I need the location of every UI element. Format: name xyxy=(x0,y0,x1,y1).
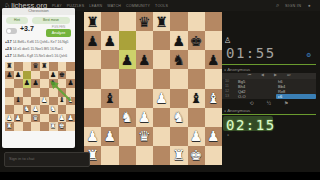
move-cell[interactable]: O-O xyxy=(236,94,276,99)
square-d1[interactable] xyxy=(136,146,153,165)
square-h5[interactable] xyxy=(205,69,222,88)
square-f4[interactable] xyxy=(170,89,187,108)
piece-white-pawn: ♟ xyxy=(86,129,99,143)
piece-black-pawn: ♟ xyxy=(6,72,12,79)
square-f5[interactable] xyxy=(170,69,187,88)
screenshot-stage: ♘ lichess.org PLAYPUZZLESLEARNWATCHCOMMU… xyxy=(0,0,320,180)
square-g6[interactable] xyxy=(188,50,205,69)
main-chess-board[interactable]: ♜♛♜♟♟♟♚♟♟♞♟♝♟♝♝♞♟♞♟♟♛♟♟♜♜♚ xyxy=(84,12,222,165)
square-g4: ♝ xyxy=(58,97,67,106)
piece-black-knight: ♞ xyxy=(50,80,56,87)
piece-white-knight: ♞ xyxy=(50,106,56,113)
square-a4 xyxy=(5,97,14,106)
square-c7[interactable] xyxy=(119,31,136,50)
bottom-player-clock-active: 02:15 xyxy=(223,116,273,131)
chat-input[interactable]: Sign in to chat xyxy=(4,152,90,167)
piece-white-queen: ♛ xyxy=(138,129,151,143)
square-a8: ♜ xyxy=(5,62,14,71)
square-h8[interactable] xyxy=(205,12,222,31)
square-a6 xyxy=(5,79,14,88)
square-a2[interactable]: ♟ xyxy=(84,127,101,146)
square-e1[interactable] xyxy=(153,146,170,165)
square-d3[interactable]: ♟ xyxy=(136,108,153,127)
square-c1 xyxy=(23,122,32,131)
move-number: 13 xyxy=(222,94,236,99)
main-nav: PLAYPUZZLESLEARNWATCHCOMMUNITYTOOLS xyxy=(52,4,168,8)
piece-white-king: ♚ xyxy=(190,148,203,162)
nav-item-community[interactable]: COMMUNITY xyxy=(126,4,150,8)
piece-black-rook: ♜ xyxy=(41,63,47,70)
piece-white-pawn: ♟ xyxy=(6,115,12,122)
square-c5 xyxy=(23,88,32,97)
piece-black-queen: ♛ xyxy=(33,63,39,70)
piece-white-rook: ♜ xyxy=(6,123,12,130)
square-e3[interactable] xyxy=(153,108,170,127)
square-e1 xyxy=(40,122,49,131)
square-f7[interactable]: ♟ xyxy=(170,31,187,50)
piece-white-bishop: ♝ xyxy=(68,97,74,104)
square-c3: ♞ xyxy=(23,105,32,114)
engine-line-1[interactable]: +3.714.Bxf6+ Kxf6 15.Qxh6+ Ke7 16.Ng5 xyxy=(5,39,73,46)
square-d1 xyxy=(31,122,40,131)
engine-line-3[interactable]: +3.714.Bxf6+ Kg8 15.Ne5 dxe5 16.Qxh6 xyxy=(5,53,73,60)
square-h1[interactable] xyxy=(205,146,222,165)
piece-white-rook: ♜ xyxy=(50,123,56,130)
piece-black-pawn: ♟ xyxy=(68,80,74,87)
line-eval: +3.7 xyxy=(5,40,12,44)
piece-black-knight: ♞ xyxy=(173,53,186,67)
square-f2[interactable] xyxy=(170,127,187,146)
square-c8[interactable] xyxy=(119,12,136,31)
sign-in-link[interactable]: SIGN IN xyxy=(285,4,301,8)
square-f3: ♞ xyxy=(49,105,58,114)
square-g1: ♚ xyxy=(58,122,67,131)
piece-black-pawn: ♟ xyxy=(104,34,117,48)
square-h3 xyxy=(66,105,75,114)
square-h2[interactable]: ♟ xyxy=(205,127,222,146)
square-f4 xyxy=(49,97,58,106)
square-e2 xyxy=(40,114,49,123)
square-f7: ♟ xyxy=(49,71,58,80)
analysis-extension-popup: Chessvision Hint Best move +3.7 PGN FEN … xyxy=(2,8,75,148)
piece-black-pawn: ♟ xyxy=(24,80,30,87)
square-c7 xyxy=(23,71,32,80)
square-g4[interactable]: ♝ xyxy=(188,89,205,108)
piece-white-pawn: ♟ xyxy=(59,115,65,122)
user-dot-icon: ● xyxy=(224,68,226,72)
piece-black-pawn: ♟ xyxy=(15,72,21,79)
piece-black-bishop: ♝ xyxy=(190,91,203,105)
square-b4[interactable]: ♝ xyxy=(101,89,118,108)
piece-white-pawn: ♟ xyxy=(104,129,117,143)
square-d6: ♟ xyxy=(31,79,40,88)
square-c1[interactable] xyxy=(119,146,136,165)
square-c6[interactable]: ♟ xyxy=(119,50,136,69)
square-g2[interactable]: ♟ xyxy=(188,127,205,146)
menu-dot-icon[interactable]: ● xyxy=(308,3,311,8)
square-d4 xyxy=(31,97,40,106)
square-b1 xyxy=(14,122,23,131)
square-d8: ♛ xyxy=(31,62,40,71)
line-eval: +3.7 xyxy=(5,54,12,58)
square-g6 xyxy=(58,79,67,88)
square-c6: ♟ xyxy=(23,79,32,88)
square-h1 xyxy=(66,122,75,131)
square-f1[interactable]: ♜ xyxy=(170,146,187,165)
piece-black-pawn: ♟ xyxy=(121,53,134,67)
piece-white-knight: ♞ xyxy=(173,110,186,124)
piece-white-bishop: ♝ xyxy=(207,91,220,105)
engine-toggle[interactable] xyxy=(6,28,17,34)
square-c8 xyxy=(23,62,32,71)
lichess-page: ♘ lichess.org PLAYPUZZLESLEARNWATCHCOMMU… xyxy=(0,0,320,172)
piece-white-pawn: ♟ xyxy=(68,115,74,122)
square-e8: ♜ xyxy=(40,62,49,71)
square-b3[interactable] xyxy=(101,108,118,127)
mini-chess-board: ♜♛♜♟♟♟♚♟♟♞♟♝♟♝♝♞♟♞♟♟♛♟♟♜♜♚ xyxy=(5,62,75,131)
square-f3[interactable]: ♞ xyxy=(170,108,187,127)
resign-flag-icon[interactable]: ⚑ xyxy=(284,100,288,106)
move-list: ⏮◀▶⏭ 10Bg5h611Bh4Bb412Qd2Re813O-Oc6 xyxy=(222,73,316,99)
search-icon[interactable]: ⌕ xyxy=(276,2,279,9)
best-move-pill-button[interactable]: Best move xyxy=(32,17,70,24)
square-f8[interactable] xyxy=(170,12,187,31)
square-a5 xyxy=(5,88,14,97)
piece-white-pawn: ♟ xyxy=(155,91,168,105)
piece-black-bishop: ♝ xyxy=(59,97,65,104)
square-b7[interactable]: ♟ xyxy=(101,31,118,50)
piece-white-pawn: ♟ xyxy=(207,129,220,143)
square-b2[interactable]: ♟ xyxy=(101,127,118,146)
gear-icon[interactable]: ⚙ xyxy=(306,51,311,58)
square-b6 xyxy=(14,79,23,88)
piece-black-king: ♚ xyxy=(190,34,203,48)
nav-item-watch[interactable]: WATCH xyxy=(107,4,121,8)
piece-white-knight: ♞ xyxy=(24,106,30,113)
square-d2[interactable]: ♛ xyxy=(136,127,153,146)
square-h7[interactable] xyxy=(205,31,222,50)
square-a8[interactable]: ♜ xyxy=(84,12,101,31)
square-d5 xyxy=(31,88,40,97)
analyze-button[interactable]: Analyze xyxy=(46,29,71,37)
piece-white-pawn: ♟ xyxy=(33,106,39,113)
square-a3 xyxy=(5,105,14,114)
square-f8 xyxy=(49,62,58,71)
nav-item-puzzles[interactable]: PUZZLES xyxy=(67,4,85,8)
top-player-name[interactable]: ●Anonymous xyxy=(224,67,250,72)
square-f6: ♞ xyxy=(49,79,58,88)
square-f6[interactable]: ♞ xyxy=(170,50,187,69)
piece-black-rook: ♜ xyxy=(86,15,99,29)
square-g3 xyxy=(58,105,67,114)
square-e4: ♟ xyxy=(40,97,49,106)
square-h7 xyxy=(66,71,75,80)
square-f1: ♜ xyxy=(49,122,58,131)
piece-white-queen: ♛ xyxy=(33,115,39,122)
square-a3[interactable] xyxy=(84,108,101,127)
square-g7[interactable]: ♚ xyxy=(188,31,205,50)
square-h8 xyxy=(66,62,75,71)
square-e7[interactable] xyxy=(153,31,170,50)
line-eval: +2.9 xyxy=(5,47,12,51)
square-a5[interactable] xyxy=(84,69,101,88)
toggle-knob xyxy=(7,29,12,34)
piece-black-pawn: ♟ xyxy=(138,53,151,67)
piece-black-pawn: ♟ xyxy=(50,72,56,79)
square-d4[interactable] xyxy=(136,89,153,108)
piece-white-rook: ♜ xyxy=(173,148,186,162)
square-b2: ♟ xyxy=(14,114,23,123)
piece-white-pawn: ♟ xyxy=(41,97,47,104)
square-e3 xyxy=(40,105,49,114)
square-a1: ♜ xyxy=(5,122,14,131)
piece-black-bishop: ♝ xyxy=(104,91,117,105)
square-e7 xyxy=(40,71,49,80)
square-e5[interactable] xyxy=(153,69,170,88)
square-c3[interactable]: ♞ xyxy=(119,108,136,127)
nav-item-play[interactable]: PLAY xyxy=(52,4,62,8)
square-e8[interactable]: ♜ xyxy=(153,12,170,31)
piece-white-pawn: ♟ xyxy=(138,110,151,124)
piece-black-rook: ♜ xyxy=(155,15,168,29)
square-e2[interactable] xyxy=(153,127,170,146)
piece-white-pawn: ♟ xyxy=(15,115,21,122)
piece-black-king: ♚ xyxy=(59,72,65,79)
square-b7: ♟ xyxy=(14,71,23,80)
bottom-clock-bar xyxy=(222,114,316,116)
evaluation-score: +3.7 xyxy=(20,25,34,32)
square-b8[interactable] xyxy=(101,12,118,31)
square-f5 xyxy=(49,88,58,97)
user-dot-icon: ● xyxy=(224,109,226,113)
top-clock-bar xyxy=(222,64,316,66)
square-e4[interactable]: ♟ xyxy=(153,89,170,108)
move-cell[interactable]: c6 xyxy=(276,94,316,99)
square-b1[interactable] xyxy=(101,146,118,165)
square-c5[interactable] xyxy=(119,69,136,88)
square-b4: ♝ xyxy=(14,97,23,106)
nav-item-tools[interactable]: TOOLS xyxy=(155,4,168,8)
square-d3: ♟ xyxy=(31,105,40,114)
draw-offer-icon[interactable]: ½ xyxy=(267,100,271,106)
piece-black-rook: ♜ xyxy=(6,63,12,70)
square-e6[interactable] xyxy=(153,50,170,69)
square-h6[interactable]: ♟ xyxy=(205,50,222,69)
square-d7[interactable] xyxy=(136,31,153,50)
square-c2[interactable] xyxy=(119,127,136,146)
square-b8 xyxy=(14,62,23,71)
square-b3 xyxy=(14,105,23,114)
bottom-player-name[interactable]: ●Anonymous xyxy=(224,108,250,113)
square-g3[interactable] xyxy=(188,108,205,127)
square-d2: ♛ xyxy=(31,114,40,123)
square-a7: ♟ xyxy=(5,71,14,80)
piece-black-bishop: ♝ xyxy=(15,97,21,104)
square-a7[interactable]: ♟ xyxy=(84,31,101,50)
letterbox-bar xyxy=(0,172,320,180)
square-c2 xyxy=(23,114,32,123)
square-b5[interactable] xyxy=(101,69,118,88)
square-d6[interactable]: ♟ xyxy=(136,50,153,69)
piece-white-knight: ♞ xyxy=(121,110,134,124)
square-g7: ♚ xyxy=(58,71,67,80)
piece-white-king: ♚ xyxy=(59,123,65,130)
piece-black-queen: ♛ xyxy=(138,15,151,29)
hint-pill-button[interactable]: Hint xyxy=(6,17,28,24)
chat-placeholder: Sign in to chat xyxy=(5,153,89,165)
square-h4[interactable]: ♝ xyxy=(205,89,222,108)
square-g1[interactable]: ♚ xyxy=(188,146,205,165)
move-row: 13O-Oc6 xyxy=(222,94,316,99)
white-pawn-icon: ♙ xyxy=(224,36,231,45)
square-h4: ♝ xyxy=(66,97,75,106)
square-c4 xyxy=(23,97,32,106)
piece-black-pawn: ♟ xyxy=(173,34,186,48)
square-a4[interactable] xyxy=(84,89,101,108)
game-action-bar: ⟲½⚑ xyxy=(222,100,316,106)
piece-black-pawn: ♟ xyxy=(86,34,99,48)
square-c4[interactable] xyxy=(119,89,136,108)
square-g8[interactable] xyxy=(188,12,205,31)
square-d7 xyxy=(31,71,40,80)
popup-title: Chessvision xyxy=(2,8,75,15)
square-g8 xyxy=(58,62,67,71)
square-e6 xyxy=(40,79,49,88)
piece-black-pawn: ♟ xyxy=(207,53,220,67)
square-h6: ♟ xyxy=(66,79,75,88)
piece-white-pawn: ♟ xyxy=(190,129,203,143)
status-dot-icon: ● xyxy=(227,133,229,137)
square-b6[interactable] xyxy=(101,50,118,69)
takeback-icon[interactable]: ⟲ xyxy=(250,100,254,106)
piece-black-pawn: ♟ xyxy=(33,80,39,87)
nav-item-learn[interactable]: LEARN xyxy=(89,4,102,8)
square-d5[interactable] xyxy=(136,69,153,88)
square-h3[interactable] xyxy=(205,108,222,127)
square-d8[interactable]: ♛ xyxy=(136,12,153,31)
top-player-clock: 01:55 xyxy=(226,45,276,61)
engine-lines: +3.714.Bxf6+ Kxf6 15.Qxh6+ Ke7 16.Ng5+2.… xyxy=(5,39,73,60)
engine-line-2[interactable]: +2.914.e5 dxe5 15.Nxe5 Bf5 16.Rae1 xyxy=(5,46,73,53)
square-h2: ♟ xyxy=(66,114,75,123)
square-a6[interactable] xyxy=(84,50,101,69)
square-g5[interactable] xyxy=(188,69,205,88)
